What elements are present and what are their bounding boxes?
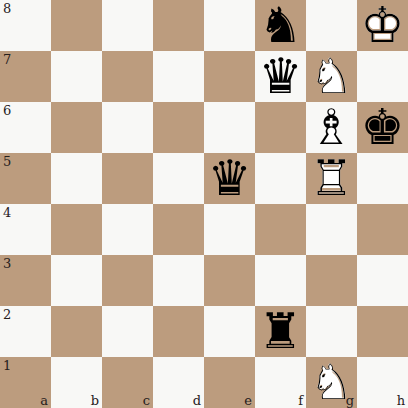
square-d4[interactable] bbox=[153, 204, 204, 255]
square-e3[interactable] bbox=[204, 255, 255, 306]
square-c4[interactable] bbox=[102, 204, 153, 255]
square-g6[interactable]: ♝♗ bbox=[306, 102, 357, 153]
square-h6[interactable]: ♚ bbox=[357, 102, 408, 153]
square-f1[interactable]: f bbox=[255, 357, 306, 408]
square-c8[interactable] bbox=[102, 0, 153, 51]
black-knight-icon: ♞ bbox=[259, 1, 303, 50]
square-h5[interactable] bbox=[357, 153, 408, 204]
white-bishop-g6[interactable]: ♝♗ bbox=[306, 102, 357, 153]
square-a6[interactable]: 6 bbox=[0, 102, 51, 153]
square-b8[interactable] bbox=[51, 0, 102, 51]
square-f3[interactable] bbox=[255, 255, 306, 306]
square-d8[interactable] bbox=[153, 0, 204, 51]
square-c3[interactable] bbox=[102, 255, 153, 306]
rank-label-6: 6 bbox=[3, 104, 11, 117]
square-f8[interactable]: ♞ bbox=[255, 0, 306, 51]
square-e7[interactable] bbox=[204, 51, 255, 102]
rank-label-4: 4 bbox=[3, 206, 11, 219]
file-label-a: a bbox=[40, 394, 48, 407]
black-queen-e5[interactable]: ♛ bbox=[204, 153, 255, 204]
square-a4[interactable]: 4 bbox=[0, 204, 51, 255]
chess-board: 8♞♚♔7♛♞♘6♝♗♚5♛♜♖432♜1abcdefg♞♘h bbox=[0, 0, 408, 408]
square-c6[interactable] bbox=[102, 102, 153, 153]
black-queen-icon: ♛ bbox=[208, 154, 252, 203]
square-d7[interactable] bbox=[153, 51, 204, 102]
square-f6[interactable] bbox=[255, 102, 306, 153]
square-e6[interactable] bbox=[204, 102, 255, 153]
black-knight-f8[interactable]: ♞ bbox=[255, 0, 306, 51]
file-label-e: e bbox=[244, 394, 252, 407]
square-b7[interactable] bbox=[51, 51, 102, 102]
rank-label-1: 1 bbox=[3, 359, 11, 372]
square-g5[interactable]: ♜♖ bbox=[306, 153, 357, 204]
file-label-f: f bbox=[298, 394, 303, 407]
square-f5[interactable] bbox=[255, 153, 306, 204]
white-rook-g5[interactable]: ♜♖ bbox=[306, 153, 357, 204]
white-king-h8[interactable]: ♚♔ bbox=[357, 0, 408, 51]
square-h7[interactable] bbox=[357, 51, 408, 102]
square-c5[interactable] bbox=[102, 153, 153, 204]
white-knight-g7[interactable]: ♞♘ bbox=[306, 51, 357, 102]
square-e2[interactable] bbox=[204, 306, 255, 357]
square-e8[interactable] bbox=[204, 0, 255, 51]
file-label-c: c bbox=[143, 394, 150, 407]
square-h2[interactable] bbox=[357, 306, 408, 357]
square-f2[interactable]: ♜ bbox=[255, 306, 306, 357]
white-knight-icon: ♘ bbox=[310, 52, 354, 101]
square-f4[interactable] bbox=[255, 204, 306, 255]
square-e5[interactable]: ♛ bbox=[204, 153, 255, 204]
black-king-icon: ♚ bbox=[361, 103, 405, 152]
square-g2[interactable] bbox=[306, 306, 357, 357]
square-e1[interactable]: e bbox=[204, 357, 255, 408]
square-h3[interactable] bbox=[357, 255, 408, 306]
square-g7[interactable]: ♞♘ bbox=[306, 51, 357, 102]
white-king-icon: ♔ bbox=[361, 1, 405, 50]
square-h4[interactable] bbox=[357, 204, 408, 255]
square-h8[interactable]: ♚♔ bbox=[357, 0, 408, 51]
black-rook-f2[interactable]: ♜ bbox=[255, 306, 306, 357]
square-g8[interactable] bbox=[306, 0, 357, 51]
black-queen-icon: ♛ bbox=[259, 52, 303, 101]
white-rook-icon: ♖ bbox=[310, 154, 354, 203]
square-a1[interactable]: 1a bbox=[0, 357, 51, 408]
file-label-b: b bbox=[91, 394, 99, 407]
square-d3[interactable] bbox=[153, 255, 204, 306]
square-a2[interactable]: 2 bbox=[0, 306, 51, 357]
square-d5[interactable] bbox=[153, 153, 204, 204]
rank-label-5: 5 bbox=[3, 155, 11, 168]
square-b2[interactable] bbox=[51, 306, 102, 357]
rank-label-2: 2 bbox=[3, 308, 11, 321]
square-a3[interactable]: 3 bbox=[0, 255, 51, 306]
square-d6[interactable] bbox=[153, 102, 204, 153]
rank-label-8: 8 bbox=[3, 2, 11, 15]
rank-label-7: 7 bbox=[3, 53, 11, 66]
file-label-d: d bbox=[193, 394, 201, 407]
square-b1[interactable]: b bbox=[51, 357, 102, 408]
square-g1[interactable]: g♞♘ bbox=[306, 357, 357, 408]
square-a8[interactable]: 8 bbox=[0, 0, 51, 51]
square-b6[interactable] bbox=[51, 102, 102, 153]
square-c2[interactable] bbox=[102, 306, 153, 357]
square-a7[interactable]: 7 bbox=[0, 51, 51, 102]
file-label-h: h bbox=[397, 394, 405, 407]
square-f7[interactable]: ♛ bbox=[255, 51, 306, 102]
white-knight-icon: ♘ bbox=[310, 358, 354, 407]
square-g4[interactable] bbox=[306, 204, 357, 255]
white-knight-g1[interactable]: ♞♘ bbox=[306, 357, 357, 408]
white-bishop-icon: ♗ bbox=[310, 103, 354, 152]
square-c7[interactable] bbox=[102, 51, 153, 102]
square-a5[interactable]: 5 bbox=[0, 153, 51, 204]
rank-label-3: 3 bbox=[3, 257, 11, 270]
square-d1[interactable]: d bbox=[153, 357, 204, 408]
square-h1[interactable]: h bbox=[357, 357, 408, 408]
black-king-h6[interactable]: ♚ bbox=[357, 102, 408, 153]
square-e4[interactable] bbox=[204, 204, 255, 255]
black-rook-icon: ♜ bbox=[259, 307, 303, 356]
square-g3[interactable] bbox=[306, 255, 357, 306]
square-b5[interactable] bbox=[51, 153, 102, 204]
square-c1[interactable]: c bbox=[102, 357, 153, 408]
square-b3[interactable] bbox=[51, 255, 102, 306]
black-queen-f7[interactable]: ♛ bbox=[255, 51, 306, 102]
square-b4[interactable] bbox=[51, 204, 102, 255]
square-d2[interactable] bbox=[153, 306, 204, 357]
